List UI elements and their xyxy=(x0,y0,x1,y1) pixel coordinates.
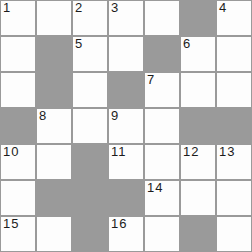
clue-number-16: 16 xyxy=(111,217,127,231)
cell-r6c5[interactable]: 14 xyxy=(145,181,179,215)
crossword-board: 12345678910111213141516 xyxy=(0,0,252,252)
block-cell-r6c3 xyxy=(73,181,107,215)
block-cell-r3c2 xyxy=(37,73,71,107)
cell-r7c5[interactable] xyxy=(145,217,179,251)
cell-r6c6[interactable] xyxy=(181,181,215,215)
cell-r2c7[interactable] xyxy=(217,37,251,71)
cell-r4c4[interactable]: 9 xyxy=(109,109,143,143)
cell-r2c1[interactable] xyxy=(1,37,35,71)
block-cell-r3c4 xyxy=(109,73,143,107)
clue-number-15: 15 xyxy=(3,217,19,231)
clue-number-13: 13 xyxy=(219,145,235,159)
clue-number-12: 12 xyxy=(183,145,199,159)
cell-r3c6[interactable] xyxy=(181,73,215,107)
block-cell-r2c2 xyxy=(37,37,71,71)
cell-r4c5[interactable] xyxy=(145,109,179,143)
cell-r5c5[interactable] xyxy=(145,145,179,179)
cell-r1c1[interactable]: 1 xyxy=(1,1,35,35)
cell-r7c7[interactable] xyxy=(217,217,251,251)
clue-number-10: 10 xyxy=(3,145,19,159)
cell-r2c6[interactable]: 6 xyxy=(181,37,215,71)
cell-r5c2[interactable] xyxy=(37,145,71,179)
cell-r1c7[interactable]: 4 xyxy=(217,1,251,35)
cell-r1c4[interactable]: 3 xyxy=(109,1,143,35)
clue-number-1: 1 xyxy=(3,1,11,15)
block-cell-r6c2 xyxy=(37,181,71,215)
cell-r7c4[interactable]: 16 xyxy=(109,217,143,251)
block-cell-r7c3 xyxy=(73,217,107,251)
clue-number-8: 8 xyxy=(39,109,47,123)
cell-r2c4[interactable] xyxy=(109,37,143,71)
clue-number-7: 7 xyxy=(147,73,155,87)
clue-number-6: 6 xyxy=(183,37,191,51)
cell-r7c2[interactable] xyxy=(37,217,71,251)
block-cell-r1c6 xyxy=(181,1,215,35)
clue-number-3: 3 xyxy=(111,1,119,15)
clue-number-2: 2 xyxy=(75,1,83,15)
cell-r6c7[interactable] xyxy=(217,181,251,215)
cell-r1c3[interactable]: 2 xyxy=(73,1,107,35)
cell-r2c3[interactable]: 5 xyxy=(73,37,107,71)
block-cell-r4c7 xyxy=(217,109,251,143)
cell-r5c1[interactable]: 10 xyxy=(1,145,35,179)
block-cell-r5c3 xyxy=(73,145,107,179)
cell-r6c1[interactable] xyxy=(1,181,35,215)
block-cell-r4c6 xyxy=(181,109,215,143)
cell-r3c7[interactable] xyxy=(217,73,251,107)
clue-number-4: 4 xyxy=(219,1,227,15)
clue-number-14: 14 xyxy=(147,181,163,195)
cell-r7c1[interactable]: 15 xyxy=(1,217,35,251)
cell-r1c5[interactable] xyxy=(145,1,179,35)
cell-r4c3[interactable] xyxy=(73,109,107,143)
cell-r5c4[interactable]: 11 xyxy=(109,145,143,179)
cell-r4c2[interactable]: 8 xyxy=(37,109,71,143)
cell-r5c7[interactable]: 13 xyxy=(217,145,251,179)
block-cell-r6c4 xyxy=(109,181,143,215)
cell-r3c3[interactable] xyxy=(73,73,107,107)
cell-r1c2[interactable] xyxy=(37,1,71,35)
cell-r3c5[interactable]: 7 xyxy=(145,73,179,107)
block-cell-r2c5 xyxy=(145,37,179,71)
clue-number-5: 5 xyxy=(75,37,83,51)
block-cell-r4c1 xyxy=(1,109,35,143)
clue-number-11: 11 xyxy=(111,145,127,159)
cell-r5c6[interactable]: 12 xyxy=(181,145,215,179)
cell-r3c1[interactable] xyxy=(1,73,35,107)
clue-number-9: 9 xyxy=(111,109,119,123)
block-cell-r7c6 xyxy=(181,217,215,251)
